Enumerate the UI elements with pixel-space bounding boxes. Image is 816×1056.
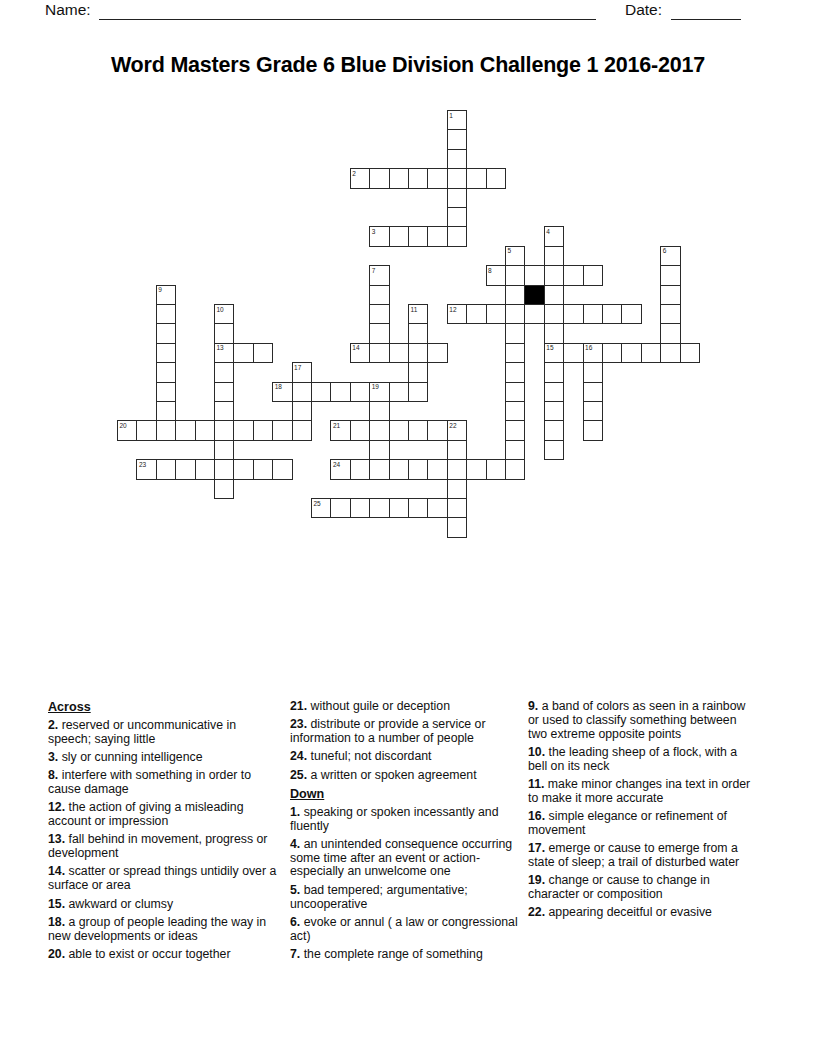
grid-cell[interactable]: 24 (330, 459, 350, 479)
clue-item: 4. an unintended consequence occurring s… (290, 838, 520, 879)
grid-cell[interactable] (156, 420, 176, 440)
cell-number: 2 (352, 170, 356, 177)
clue-item: 11. make minor changes ina text in order… (528, 778, 758, 806)
grid-cell[interactable] (214, 401, 234, 421)
cell-number: 18 (275, 383, 282, 390)
grid-cell[interactable]: 2 (350, 168, 370, 188)
cell-number: 5 (508, 247, 512, 254)
clue-number: 17. (528, 841, 545, 855)
clue-item: 10. the leading sheep of a flock, with a… (528, 746, 758, 774)
clue-section-header: Down (290, 787, 520, 801)
grid-cell[interactable]: 14 (350, 343, 370, 363)
grid-cell[interactable] (427, 498, 447, 518)
clue-number: 14. (48, 864, 65, 878)
grid-cell[interactable] (272, 459, 292, 479)
grid-cell[interactable] (311, 382, 331, 402)
grid-cell[interactable] (369, 401, 389, 421)
grid-cell[interactable] (389, 420, 409, 440)
grid-cell[interactable] (427, 343, 447, 363)
grid-cell[interactable] (583, 362, 603, 382)
grid-cell[interactable] (466, 459, 486, 479)
name-field[interactable] (99, 2, 596, 20)
cell-number: 7 (372, 267, 376, 274)
cell-number: 19 (372, 383, 379, 390)
grid-cell[interactable] (350, 382, 370, 402)
grid-cell[interactable]: 19 (369, 382, 389, 402)
grid-cell[interactable] (214, 323, 234, 343)
grid-cell[interactable] (505, 304, 525, 324)
grid-cell[interactable] (583, 420, 603, 440)
grid-cell[interactable] (505, 265, 525, 285)
grid-cell[interactable] (447, 517, 467, 537)
grid-cell[interactable] (427, 420, 447, 440)
grid-cell[interactable] (389, 498, 409, 518)
grid-cell[interactable] (389, 382, 409, 402)
grid-cell[interactable] (447, 168, 467, 188)
cell-number: 4 (546, 228, 550, 235)
clue-number: 21. (290, 699, 307, 713)
grid-cell[interactable] (253, 343, 273, 363)
grid-cell[interactable] (563, 265, 583, 285)
grid-cell[interactable]: 17 (292, 362, 312, 382)
cell-number: 24 (333, 461, 340, 468)
grid-cell[interactable] (544, 362, 564, 382)
grid-cell[interactable] (389, 459, 409, 479)
grid-cell[interactable] (408, 343, 428, 363)
grid-cell[interactable] (214, 382, 234, 402)
grid-cell[interactable] (544, 401, 564, 421)
cell-number: 23 (139, 461, 146, 468)
grid-cell[interactable] (408, 420, 428, 440)
black-cell (524, 285, 544, 305)
grid-cell[interactable] (447, 479, 467, 499)
clue-item: 13. fall behind in movement, progress or… (48, 833, 278, 861)
grid-cell[interactable] (214, 459, 234, 479)
grid-cell[interactable] (233, 343, 253, 363)
clue-number: 8. (48, 768, 58, 782)
grid-cell[interactable]: 21 (330, 420, 350, 440)
grid-cell[interactable] (253, 459, 273, 479)
grid-cell[interactable] (427, 226, 447, 246)
grid-cell[interactable] (563, 343, 583, 363)
grid-cell[interactable]: 8 (486, 265, 506, 285)
clue-item: 12. the action of giving a misleading ac… (48, 801, 278, 829)
grid-cell[interactable] (621, 304, 641, 324)
grid-cell[interactable]: 1 (447, 110, 467, 130)
grid-cell[interactable] (486, 459, 506, 479)
grid-cell[interactable] (195, 459, 215, 479)
grid-cell[interactable] (292, 382, 312, 402)
grid-cell[interactable]: 15 (544, 343, 564, 363)
grid-cell[interactable] (369, 168, 389, 188)
grid-cell[interactable]: 13 (214, 343, 234, 363)
clue-item: 17. emerge or cause to emerge from a sta… (528, 842, 758, 870)
cell-number: 6 (663, 247, 667, 254)
grid-cell[interactable] (447, 149, 467, 169)
grid-cell[interactable] (544, 420, 564, 440)
grid-cell[interactable] (447, 498, 467, 518)
grid-cell[interactable] (563, 304, 583, 324)
grid-cell[interactable] (505, 382, 525, 402)
clue-item: 25. a written or spoken agreement (290, 769, 520, 783)
grid-cell[interactable]: 18 (272, 382, 292, 402)
grid-cell[interactable] (583, 304, 603, 324)
grid-cell[interactable] (369, 459, 389, 479)
clue-item: 22. appearing deceitful or evasive (528, 906, 758, 920)
grid-cell[interactable] (427, 459, 447, 479)
clue-number: 13. (48, 832, 65, 846)
clue-number: 18. (48, 915, 65, 929)
grid-cell[interactable] (253, 420, 273, 440)
cell-number: 25 (314, 500, 321, 507)
grid-cell[interactable] (486, 304, 506, 324)
grid-cell[interactable] (583, 382, 603, 402)
clue-number: 12. (48, 800, 65, 814)
grid-cell[interactable] (408, 459, 428, 479)
grid-cell[interactable]: 23 (136, 459, 156, 479)
grid-cell[interactable] (660, 304, 680, 324)
grid-cell[interactable] (505, 420, 525, 440)
grid-cell[interactable] (524, 265, 544, 285)
grid-cell[interactable] (660, 265, 680, 285)
grid-cell[interactable] (408, 362, 428, 382)
clue-item: 24. tuneful; not discordant (290, 750, 520, 764)
grid-cell[interactable] (505, 323, 525, 343)
clue-number: 5. (290, 883, 300, 897)
clue-item: 16. simple elegance or refinement of mov… (528, 810, 758, 838)
grid-cell[interactable]: 11 (408, 304, 428, 324)
clue-item: 19. change or cause to change in charact… (528, 874, 758, 902)
clue-number: 7. (290, 947, 300, 961)
grid-cell[interactable] (544, 382, 564, 402)
grid-cell[interactable] (195, 420, 215, 440)
grid-cell[interactable] (544, 246, 564, 266)
date-field[interactable] (671, 2, 741, 20)
cell-number: 11 (411, 306, 418, 313)
grid-cell[interactable] (466, 304, 486, 324)
clue-item: 6. evoke or annul ( a law or congression… (290, 916, 520, 944)
grid-cell[interactable] (369, 498, 389, 518)
cell-number: 14 (352, 344, 359, 351)
grid-cell[interactable] (447, 226, 467, 246)
grid-cell[interactable] (447, 440, 467, 460)
grid-cell[interactable]: 4 (544, 226, 564, 246)
grid-cell[interactable] (369, 420, 389, 440)
grid-cell[interactable] (427, 168, 447, 188)
grid-cell[interactable] (408, 382, 428, 402)
grid-cell[interactable] (680, 343, 700, 363)
grid-cell[interactable] (156, 343, 176, 363)
clue-item: 18. a group of people leading the way in… (48, 916, 278, 944)
clue-number: 10. (528, 745, 545, 759)
grid-cell[interactable] (408, 323, 428, 343)
grid-cell[interactable] (214, 362, 234, 382)
clue-column-2: 21. without guile or deception23. distri… (290, 700, 520, 966)
grid-cell[interactable] (660, 323, 680, 343)
grid-cell[interactable] (544, 285, 564, 305)
clue-item: 3. sly or cunning intelligence (48, 751, 278, 765)
grid-cell[interactable]: 6 (660, 246, 680, 266)
grid-cell[interactable] (544, 440, 564, 460)
cell-number: 3 (372, 228, 376, 235)
grid-cell[interactable] (389, 226, 409, 246)
clue-number: 25. (290, 768, 307, 782)
clue-item: 9. a band of colors as seen in a rainbow… (528, 700, 758, 741)
clue-item: 15. awkward or clumsy (48, 898, 278, 912)
cell-number: 22 (449, 422, 456, 429)
grid-cell[interactable] (408, 498, 428, 518)
cell-number: 1 (449, 112, 453, 119)
cell-number: 21 (333, 422, 340, 429)
grid-cell[interactable] (544, 323, 564, 343)
grid-cell[interactable]: 5 (505, 246, 525, 266)
clue-number: 6. (290, 915, 300, 929)
grid-cell[interactable] (350, 420, 370, 440)
grid-cell[interactable] (602, 343, 622, 363)
grid-cell[interactable] (330, 498, 350, 518)
clue-number: 4. (290, 837, 300, 851)
grid-cell[interactable] (156, 401, 176, 421)
grid-cell[interactable]: 7 (369, 265, 389, 285)
clue-item: 5. bad tempered; argumentative; uncooper… (290, 884, 520, 912)
clue-number: 23. (290, 717, 307, 731)
cell-number: 13 (217, 344, 224, 351)
grid-cell[interactable]: 16 (583, 343, 603, 363)
grid-cell[interactable] (602, 304, 622, 324)
clue-number: 1. (290, 805, 300, 819)
grid-cell[interactable] (369, 343, 389, 363)
grid-cell[interactable] (156, 459, 176, 479)
cell-number: 8 (488, 267, 492, 274)
grid-cell[interactable]: 12 (447, 304, 467, 324)
grid-cell[interactable] (175, 459, 195, 479)
grid-cell[interactable] (292, 420, 312, 440)
clue-number: 9. (528, 699, 538, 713)
grid-cell[interactable] (156, 323, 176, 343)
grid-cell[interactable] (233, 459, 253, 479)
name-label: Name: (45, 1, 91, 19)
cell-number: 10 (217, 306, 224, 313)
grid-cell[interactable] (233, 420, 253, 440)
clue-number: 19. (528, 873, 545, 887)
grid-cell[interactable] (156, 362, 176, 382)
clue-column-1: Across2. reserved or uncommunicative in … (48, 700, 278, 966)
cell-number: 12 (449, 306, 456, 313)
clue-number: 24. (290, 749, 307, 763)
grid-cell[interactable] (156, 304, 176, 324)
grid-cell[interactable] (447, 188, 467, 208)
grid-cell[interactable] (505, 285, 525, 305)
cell-number: 16 (585, 344, 592, 351)
grid-cell[interactable] (505, 343, 525, 363)
cell-number: 20 (120, 422, 127, 429)
grid-cell[interactable] (369, 304, 389, 324)
grid-cell[interactable] (505, 362, 525, 382)
grid-cell[interactable] (505, 401, 525, 421)
grid-cell[interactable] (544, 304, 564, 324)
grid-cell[interactable] (408, 168, 428, 188)
clue-number: 2. (48, 718, 58, 732)
grid-cell[interactable]: 3 (369, 226, 389, 246)
crossword-grid: 1234567891011121314151617181920212223242… (117, 110, 700, 538)
grid-cell[interactable] (583, 265, 603, 285)
grid-cell[interactable] (621, 343, 641, 363)
grid-cell[interactable]: 20 (117, 420, 137, 440)
grid-cell[interactable] (466, 168, 486, 188)
grid-cell[interactable] (136, 420, 156, 440)
grid-cell[interactable] (350, 459, 370, 479)
grid-cell[interactable] (447, 207, 467, 227)
grid-cell[interactable] (447, 459, 467, 479)
clue-number: 15. (48, 897, 65, 911)
clue-column-3: 9. a band of colors as seen in a rainbow… (528, 700, 758, 924)
clue-number: 11. (528, 777, 544, 791)
clue-number: 3. (48, 750, 58, 764)
clue-section-header: Across (48, 700, 278, 714)
grid-cell[interactable]: 10 (214, 304, 234, 324)
grid-cell[interactable] (214, 440, 234, 460)
grid-cell[interactable] (544, 265, 564, 285)
clue-item: 8. interfere with something in order to … (48, 769, 278, 797)
clue-number: 22. (528, 905, 545, 919)
grid-cell[interactable] (524, 304, 544, 324)
cell-number: 9 (158, 286, 162, 293)
grid-cell[interactable] (641, 343, 661, 363)
clue-number: 20. (48, 947, 65, 961)
grid-cell[interactable] (447, 129, 467, 149)
grid-cell[interactable] (408, 226, 428, 246)
clue-item: 21. without guile or deception (290, 700, 520, 714)
grid-cell[interactable] (369, 323, 389, 343)
clue-item: 2. reserved or uncommunicative in speech… (48, 719, 278, 747)
clue-item: 7. the complete range of something (290, 948, 520, 962)
date-label: Date: (625, 1, 662, 19)
clue-item: 1. speaking or spoken incessantly and fl… (290, 806, 520, 834)
grid-cell[interactable] (660, 343, 680, 363)
grid-cell[interactable] (389, 343, 409, 363)
grid-cell[interactable]: 25 (311, 498, 331, 518)
grid-cell[interactable] (505, 459, 525, 479)
clue-item: 23. distribute or provide a service or i… (290, 718, 520, 746)
grid-cell[interactable] (350, 498, 370, 518)
cell-number: 17 (294, 364, 301, 371)
page-title: Word Masters Grade 6 Blue Division Chall… (0, 53, 816, 78)
grid-cell[interactable] (505, 440, 525, 460)
grid-cell[interactable] (214, 420, 234, 440)
grid-cell[interactable] (369, 440, 389, 460)
clue-item: 14. scatter or spread things untidily ov… (48, 865, 278, 893)
grid-cell[interactable] (175, 420, 195, 440)
grid-cell[interactable] (660, 285, 680, 305)
clue-item: 20. able to exist or occur together (48, 948, 278, 962)
grid-cell[interactable]: 22 (447, 420, 467, 440)
grid-cell[interactable] (486, 168, 506, 188)
clue-number: 16. (528, 809, 545, 823)
grid-cell[interactable] (214, 479, 234, 499)
crossword-worksheet: { "game": "crossword", "header": { "name… (0, 0, 816, 1056)
grid-cell[interactable] (330, 382, 350, 402)
grid-cell[interactable]: 9 (156, 285, 176, 305)
grid-cell[interactable] (389, 168, 409, 188)
grid-cell[interactable] (156, 382, 176, 402)
grid-cell[interactable] (292, 401, 312, 421)
cell-number: 15 (546, 344, 553, 351)
grid-cell[interactable] (369, 285, 389, 305)
grid-cell[interactable] (272, 420, 292, 440)
grid-cell[interactable] (583, 401, 603, 421)
